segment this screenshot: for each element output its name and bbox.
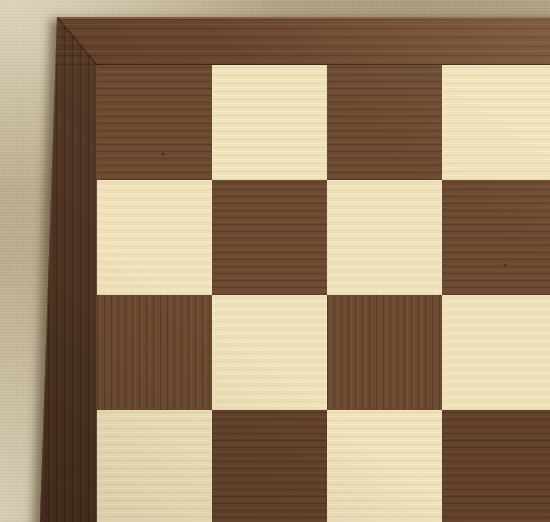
square-r2c1 xyxy=(97,180,212,295)
square-r4c3 xyxy=(327,410,442,522)
board-frame-top xyxy=(40,17,550,65)
square-r4c1 xyxy=(97,410,212,522)
square-r1c3 xyxy=(327,65,442,180)
square-r3c3 xyxy=(327,295,442,410)
square-r2c2 xyxy=(212,180,327,295)
chessboard xyxy=(40,17,550,522)
square-r1c1 xyxy=(97,65,212,180)
square-r3c2 xyxy=(212,295,327,410)
square-r1c2 xyxy=(212,65,327,180)
board-grid xyxy=(97,65,550,522)
chessboard-photo xyxy=(0,0,550,522)
square-r4c2 xyxy=(212,410,327,522)
square-r2c4 xyxy=(442,180,550,295)
square-r3c4 xyxy=(442,295,550,410)
square-r3c1 xyxy=(97,295,212,410)
square-r2c3 xyxy=(327,180,442,295)
square-r4c4 xyxy=(442,410,550,522)
square-r1c4 xyxy=(442,65,550,180)
